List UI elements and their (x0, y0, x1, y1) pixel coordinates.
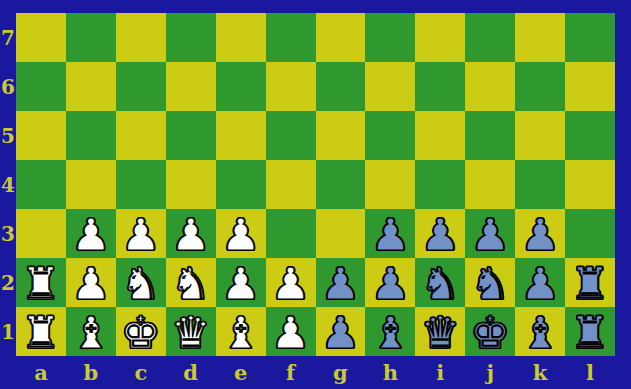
square-g2[interactable]: ♟ (316, 258, 366, 307)
square-d3[interactable]: ♟ (166, 209, 216, 258)
square-g3[interactable] (316, 209, 366, 258)
square-a5[interactable] (16, 111, 66, 160)
blue-pawn-icon: ♟ (371, 211, 410, 257)
square-h2[interactable]: ♟ (365, 258, 415, 307)
square-e7[interactable] (216, 13, 266, 62)
square-a1[interactable]: ♜ (16, 307, 66, 356)
square-k2[interactable]: ♟ (515, 258, 565, 307)
square-a3[interactable] (16, 209, 66, 258)
square-d6[interactable] (166, 62, 216, 111)
square-f6[interactable] (266, 62, 316, 111)
square-h7[interactable] (365, 13, 415, 62)
square-d2[interactable]: ♞ (166, 258, 216, 307)
square-f4[interactable] (266, 160, 316, 209)
square-h3[interactable]: ♟ (365, 209, 415, 258)
square-a4[interactable] (16, 160, 66, 209)
blue-pawn-icon: ♟ (470, 211, 509, 257)
square-c1[interactable]: ♚ (116, 307, 166, 356)
white-bishop-icon: ♝ (221, 309, 260, 355)
white-pawn-icon: ♟ (71, 260, 110, 306)
file-label-g: g (316, 356, 366, 389)
square-e4[interactable] (216, 160, 266, 209)
white-pawn-icon: ♟ (71, 211, 110, 257)
square-e5[interactable] (216, 111, 266, 160)
square-l6[interactable] (565, 62, 615, 111)
square-b4[interactable] (66, 160, 116, 209)
square-k1[interactable]: ♝ (515, 307, 565, 356)
square-g1[interactable]: ♟ (316, 307, 366, 356)
white-knight-icon: ♞ (171, 260, 210, 306)
square-c6[interactable] (116, 62, 166, 111)
rank-label-7: 7 (0, 13, 16, 62)
square-b7[interactable] (66, 13, 116, 62)
square-l4[interactable] (565, 160, 615, 209)
square-f7[interactable] (266, 13, 316, 62)
square-c2[interactable]: ♞ (116, 258, 166, 307)
square-d1[interactable]: ♛ (166, 307, 216, 356)
white-pawn-icon: ♟ (121, 211, 160, 257)
square-j1[interactable]: ♚ (465, 307, 515, 356)
square-c4[interactable] (116, 160, 166, 209)
white-pawn-icon: ♟ (271, 309, 310, 355)
square-i6[interactable] (415, 62, 465, 111)
file-label-b: b (66, 356, 116, 389)
rank-label-6: 6 (0, 62, 16, 111)
square-e6[interactable] (216, 62, 266, 111)
square-g5[interactable] (316, 111, 366, 160)
file-label-a: a (16, 356, 66, 389)
blue-pawn-icon: ♟ (421, 211, 460, 257)
square-j5[interactable] (465, 111, 515, 160)
chess-board: ♟♟♟♟♟♟♟♟♜♟♞♞♟♟♟♟♞♞♟♜♜♝♚♛♝♟♟♝♛♚♝♜ (16, 13, 615, 356)
square-i2[interactable]: ♞ (415, 258, 465, 307)
white-queen-icon: ♛ (171, 309, 210, 355)
square-a6[interactable] (16, 62, 66, 111)
square-b3[interactable]: ♟ (66, 209, 116, 258)
square-c7[interactable] (116, 13, 166, 62)
square-k7[interactable] (515, 13, 565, 62)
square-k5[interactable] (515, 111, 565, 160)
blue-pawn-icon: ♟ (520, 211, 559, 257)
rank-label-3: 3 (0, 209, 16, 258)
square-i7[interactable] (415, 13, 465, 62)
blue-pawn-icon: ♟ (321, 260, 360, 306)
square-a2[interactable]: ♜ (16, 258, 66, 307)
square-l1[interactable]: ♜ (565, 307, 615, 356)
square-h1[interactable]: ♝ (365, 307, 415, 356)
blue-rook-icon: ♜ (570, 260, 609, 306)
square-g4[interactable] (316, 160, 366, 209)
white-rook-icon: ♜ (21, 260, 60, 306)
file-label-l: l (565, 356, 615, 389)
file-label-c: c (116, 356, 166, 389)
blue-knight-icon: ♞ (421, 260, 460, 306)
square-d7[interactable] (166, 13, 216, 62)
blue-bishop-icon: ♝ (371, 309, 410, 355)
square-j3[interactable]: ♟ (465, 209, 515, 258)
square-i3[interactable]: ♟ (415, 209, 465, 258)
file-label-h: h (365, 356, 415, 389)
square-d4[interactable] (166, 160, 216, 209)
rank-labels: 7654321 (0, 13, 16, 356)
square-k6[interactable] (515, 62, 565, 111)
white-rook-icon: ♜ (21, 309, 60, 355)
square-i5[interactable] (415, 111, 465, 160)
file-label-j: j (465, 356, 515, 389)
square-i1[interactable]: ♛ (415, 307, 465, 356)
square-k3[interactable]: ♟ (515, 209, 565, 258)
square-c3[interactable]: ♟ (116, 209, 166, 258)
file-label-e: e (216, 356, 266, 389)
blue-pawn-icon: ♟ (321, 309, 360, 355)
blue-pawn-icon: ♟ (520, 260, 559, 306)
square-e1[interactable]: ♝ (216, 307, 266, 356)
blue-rook-icon: ♜ (570, 309, 609, 355)
rank-label-4: 4 (0, 160, 16, 209)
blue-bishop-icon: ♝ (520, 309, 559, 355)
white-pawn-icon: ♟ (271, 260, 310, 306)
square-g6[interactable] (316, 62, 366, 111)
rank-label-1: 1 (0, 307, 16, 356)
square-g7[interactable] (316, 13, 366, 62)
square-f2[interactable]: ♟ (266, 258, 316, 307)
white-pawn-icon: ♟ (221, 211, 260, 257)
square-f3[interactable] (266, 209, 316, 258)
blue-knight-icon: ♞ (470, 260, 509, 306)
square-l2[interactable]: ♜ (565, 258, 615, 307)
blue-king-icon: ♚ (470, 309, 509, 355)
square-j7[interactable] (465, 13, 515, 62)
white-king-icon: ♚ (121, 309, 160, 355)
square-c5[interactable] (116, 111, 166, 160)
square-b5[interactable] (66, 111, 116, 160)
rank-label-5: 5 (0, 111, 16, 160)
square-l5[interactable] (565, 111, 615, 160)
file-labels: abcdefghijkl (16, 356, 615, 389)
file-label-k: k (515, 356, 565, 389)
square-b2[interactable]: ♟ (66, 258, 116, 307)
blue-queen-icon: ♛ (421, 309, 460, 355)
square-h6[interactable] (365, 62, 415, 111)
square-l3[interactable] (565, 209, 615, 258)
square-e2[interactable]: ♟ (216, 258, 266, 307)
square-d5[interactable] (166, 111, 216, 160)
square-j2[interactable]: ♞ (465, 258, 515, 307)
file-label-i: i (415, 356, 465, 389)
square-l7[interactable] (565, 13, 615, 62)
square-f5[interactable] (266, 111, 316, 160)
square-h5[interactable] (365, 111, 415, 160)
square-k4[interactable] (515, 160, 565, 209)
square-j4[interactable] (465, 160, 515, 209)
square-a7[interactable] (16, 13, 66, 62)
white-knight-icon: ♞ (121, 260, 160, 306)
white-pawn-icon: ♟ (171, 211, 210, 257)
rank-label-2: 2 (0, 258, 16, 307)
game-window: 7654321 ♟♟♟♟♟♟♟♟♜♟♞♞♟♟♟♟♞♞♟♜♜♝♚♛♝♟♟♝♛♚♝♜… (0, 0, 631, 389)
square-f1[interactable]: ♟ (266, 307, 316, 356)
square-i4[interactable] (415, 160, 465, 209)
white-pawn-icon: ♟ (221, 260, 260, 306)
white-bishop-icon: ♝ (71, 309, 110, 355)
square-j6[interactable] (465, 62, 515, 111)
square-e3[interactable]: ♟ (216, 209, 266, 258)
square-b6[interactable] (66, 62, 116, 111)
square-h4[interactable] (365, 160, 415, 209)
file-label-f: f (266, 356, 316, 389)
file-label-d: d (166, 356, 216, 389)
square-b1[interactable]: ♝ (66, 307, 116, 356)
blue-pawn-icon: ♟ (371, 260, 410, 306)
